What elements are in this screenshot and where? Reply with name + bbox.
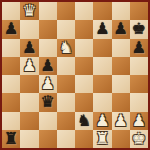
square-a3[interactable] (2, 93, 20, 111)
square-d2[interactable] (57, 112, 75, 130)
square-e1[interactable] (75, 130, 93, 148)
square-b4[interactable] (20, 75, 38, 93)
square-a5[interactable] (2, 57, 20, 75)
black-king[interactable]: ♚ (132, 20, 146, 38)
square-d1[interactable] (57, 130, 75, 148)
white-pawn[interactable]: ♟ (22, 57, 36, 75)
square-f3[interactable] (93, 93, 111, 111)
black-queen[interactable]: ♛ (40, 93, 54, 111)
square-e5[interactable] (75, 57, 93, 75)
chess-board: ♛♟♟♟♚♟♞♟♟♟♟♛♞♟♟♟♜♜♚ (0, 0, 150, 150)
white-pawn[interactable]: ♟ (132, 112, 146, 130)
square-b3[interactable] (20, 93, 38, 111)
square-e2[interactable]: ♞ (75, 112, 93, 130)
square-h6[interactable]: ♟ (130, 39, 148, 57)
square-g7[interactable]: ♟ (112, 20, 130, 38)
white-pawn[interactable]: ♟ (113, 112, 127, 130)
square-c8[interactable] (39, 2, 57, 20)
square-g1[interactable] (112, 130, 130, 148)
square-a8[interactable] (2, 2, 20, 20)
square-c4[interactable]: ♟ (39, 75, 57, 93)
white-knight[interactable]: ♞ (59, 39, 73, 57)
square-h7[interactable]: ♚ (130, 20, 148, 38)
square-f5[interactable] (93, 57, 111, 75)
white-pawn[interactable]: ♟ (40, 75, 54, 93)
square-d7[interactable] (57, 20, 75, 38)
white-pawn[interactable]: ♟ (95, 112, 109, 130)
square-f6[interactable] (93, 39, 111, 57)
square-f1[interactable]: ♜ (93, 130, 111, 148)
black-pawn[interactable]: ♟ (95, 20, 109, 38)
square-e4[interactable] (75, 75, 93, 93)
square-h2[interactable]: ♟ (130, 112, 148, 130)
square-g4[interactable] (112, 75, 130, 93)
square-a6[interactable] (2, 39, 20, 57)
square-b1[interactable] (20, 130, 38, 148)
square-f7[interactable]: ♟ (93, 20, 111, 38)
black-pawn[interactable]: ♟ (132, 39, 146, 57)
white-rook[interactable]: ♜ (95, 130, 109, 148)
square-h5[interactable] (130, 57, 148, 75)
square-f8[interactable] (93, 2, 111, 20)
square-b8[interactable]: ♛ (20, 2, 38, 20)
white-king[interactable]: ♚ (132, 130, 146, 148)
square-a4[interactable] (2, 75, 20, 93)
black-pawn[interactable]: ♟ (4, 20, 18, 38)
square-e7[interactable] (75, 20, 93, 38)
square-e6[interactable] (75, 39, 93, 57)
black-pawn[interactable]: ♟ (40, 57, 54, 75)
square-a1[interactable]: ♜ (2, 130, 20, 148)
square-g6[interactable] (112, 39, 130, 57)
square-h3[interactable] (130, 93, 148, 111)
square-d3[interactable] (57, 93, 75, 111)
square-e8[interactable] (75, 2, 93, 20)
square-f2[interactable]: ♟ (93, 112, 111, 130)
square-d8[interactable] (57, 2, 75, 20)
square-c2[interactable] (39, 112, 57, 130)
square-d5[interactable] (57, 57, 75, 75)
square-b6[interactable]: ♟ (20, 39, 38, 57)
black-pawn[interactable]: ♟ (113, 20, 127, 38)
square-c3[interactable]: ♛ (39, 93, 57, 111)
square-c5[interactable]: ♟ (39, 57, 57, 75)
square-g5[interactable] (112, 57, 130, 75)
square-h8[interactable] (130, 2, 148, 20)
square-h1[interactable]: ♚ (130, 130, 148, 148)
white-queen[interactable]: ♛ (22, 2, 36, 20)
black-knight[interactable]: ♞ (77, 112, 91, 130)
square-a7[interactable]: ♟ (2, 20, 20, 38)
black-rook[interactable]: ♜ (4, 130, 18, 148)
square-b7[interactable] (20, 20, 38, 38)
square-a2[interactable] (2, 112, 20, 130)
square-c7[interactable] (39, 20, 57, 38)
square-f4[interactable] (93, 75, 111, 93)
black-pawn[interactable]: ♟ (22, 39, 36, 57)
square-g8[interactable] (112, 2, 130, 20)
square-e3[interactable] (75, 93, 93, 111)
square-c1[interactable] (39, 130, 57, 148)
square-c6[interactable] (39, 39, 57, 57)
square-g3[interactable] (112, 93, 130, 111)
square-b5[interactable]: ♟ (20, 57, 38, 75)
square-h4[interactable] (130, 75, 148, 93)
square-d4[interactable] (57, 75, 75, 93)
square-g2[interactable]: ♟ (112, 112, 130, 130)
square-b2[interactable] (20, 112, 38, 130)
square-d6[interactable]: ♞ (57, 39, 75, 57)
